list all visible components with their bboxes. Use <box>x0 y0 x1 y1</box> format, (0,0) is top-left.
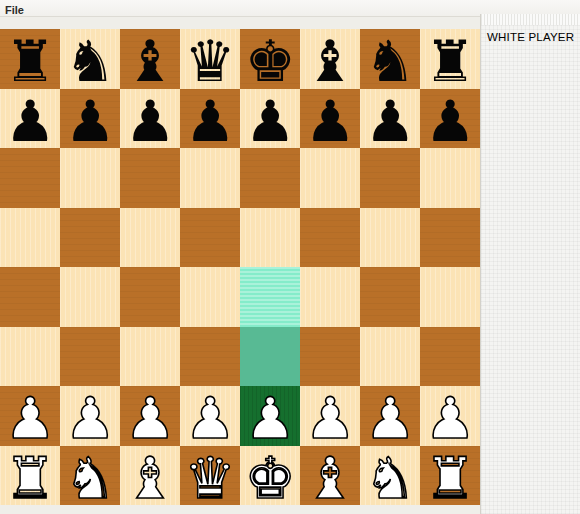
square-a3[interactable] <box>0 327 60 387</box>
chess-board: ♜♞♝♛♚♝♞♜♟♟♟♟♟♟♟♟♟♟♟♟♟♟♟♟♜♞♝♛♚♝♞♜ <box>0 29 480 505</box>
square-c5[interactable] <box>120 208 180 268</box>
white-queen: ♛ <box>184 450 235 505</box>
square-f4[interactable] <box>300 267 360 327</box>
white-pawn: ♟ <box>184 390 235 445</box>
square-b3[interactable] <box>60 327 120 387</box>
white-pawn: ♟ <box>304 390 355 445</box>
square-h2[interactable]: ♟ <box>420 386 480 446</box>
square-f2[interactable]: ♟ <box>300 386 360 446</box>
square-d3[interactable] <box>180 327 240 387</box>
square-d8[interactable]: ♛ <box>180 29 240 89</box>
square-d7[interactable]: ♟ <box>180 89 240 149</box>
black-king: ♚ <box>244 33 295 88</box>
white-pawn: ♟ <box>364 390 415 445</box>
file-menu[interactable]: File <box>0 2 29 18</box>
square-a4[interactable] <box>0 267 60 327</box>
square-a6[interactable] <box>0 148 60 208</box>
square-c4[interactable] <box>120 267 180 327</box>
white-rook: ♜ <box>4 450 55 505</box>
square-e2[interactable]: ♟ <box>240 386 300 446</box>
panel-ridge-texture <box>481 14 580 25</box>
black-pawn: ♟ <box>124 93 175 148</box>
black-knight: ♞ <box>64 33 115 88</box>
square-d6[interactable] <box>180 148 240 208</box>
square-b5[interactable] <box>60 208 120 268</box>
black-queen: ♛ <box>184 33 235 88</box>
square-e1[interactable]: ♚ <box>240 446 300 506</box>
black-pawn: ♟ <box>4 93 55 148</box>
black-pawn: ♟ <box>364 93 415 148</box>
square-c8[interactable]: ♝ <box>120 29 180 89</box>
square-d2[interactable]: ♟ <box>180 386 240 446</box>
black-pawn: ♟ <box>304 93 355 148</box>
chess-app-window: File ♜♞♝♛♚♝♞♜♟♟♟♟♟♟♟♟♟♟♟♟♟♟♟♟♜♞♝♛♚♝♞♜ WH… <box>0 0 580 514</box>
white-knight: ♞ <box>364 450 415 505</box>
black-pawn: ♟ <box>424 93 475 148</box>
square-g1[interactable]: ♞ <box>360 446 420 506</box>
white-pawn: ♟ <box>4 390 55 445</box>
square-h8[interactable]: ♜ <box>420 29 480 89</box>
black-bishop: ♝ <box>124 33 175 88</box>
black-rook: ♜ <box>4 33 55 88</box>
square-f3[interactable] <box>300 327 360 387</box>
white-pawn: ♟ <box>64 390 115 445</box>
square-b1[interactable]: ♞ <box>60 446 120 506</box>
square-h7[interactable]: ♟ <box>420 89 480 149</box>
square-h6[interactable] <box>420 148 480 208</box>
square-b4[interactable] <box>60 267 120 327</box>
square-e8[interactable]: ♚ <box>240 29 300 89</box>
square-a1[interactable]: ♜ <box>0 446 60 506</box>
square-g6[interactable] <box>360 148 420 208</box>
square-e7[interactable]: ♟ <box>240 89 300 149</box>
square-c2[interactable]: ♟ <box>120 386 180 446</box>
square-c7[interactable]: ♟ <box>120 89 180 149</box>
square-b6[interactable] <box>60 148 120 208</box>
square-h3[interactable] <box>420 327 480 387</box>
square-f5[interactable] <box>300 208 360 268</box>
square-g8[interactable]: ♞ <box>360 29 420 89</box>
square-a8[interactable]: ♜ <box>0 29 60 89</box>
white-bishop: ♝ <box>304 450 355 505</box>
square-e5[interactable] <box>240 208 300 268</box>
square-h1[interactable]: ♜ <box>420 446 480 506</box>
square-g5[interactable] <box>360 208 420 268</box>
square-d5[interactable] <box>180 208 240 268</box>
square-g4[interactable] <box>360 267 420 327</box>
square-f8[interactable]: ♝ <box>300 29 360 89</box>
square-e3[interactable] <box>240 327 300 387</box>
square-e6[interactable] <box>240 148 300 208</box>
square-b7[interactable]: ♟ <box>60 89 120 149</box>
black-rook: ♜ <box>424 33 475 88</box>
black-pawn: ♟ <box>64 93 115 148</box>
square-g3[interactable] <box>360 327 420 387</box>
white-pawn: ♟ <box>424 390 475 445</box>
black-bishop: ♝ <box>304 33 355 88</box>
white-king: ♚ <box>244 450 295 505</box>
square-f6[interactable] <box>300 148 360 208</box>
side-panel: WHITE PLAYER <box>480 14 580 514</box>
square-c3[interactable] <box>120 327 180 387</box>
square-b8[interactable]: ♞ <box>60 29 120 89</box>
square-h4[interactable] <box>420 267 480 327</box>
white-knight: ♞ <box>64 450 115 505</box>
square-d4[interactable] <box>180 267 240 327</box>
white-bishop: ♝ <box>124 450 175 505</box>
square-a2[interactable]: ♟ <box>0 386 60 446</box>
white-pawn: ♟ <box>124 390 175 445</box>
square-b2[interactable]: ♟ <box>60 386 120 446</box>
square-c6[interactable] <box>120 148 180 208</box>
square-f1[interactable]: ♝ <box>300 446 360 506</box>
square-a7[interactable]: ♟ <box>0 89 60 149</box>
square-g2[interactable]: ♟ <box>360 386 420 446</box>
square-g7[interactable]: ♟ <box>360 89 420 149</box>
square-e4[interactable] <box>240 267 300 327</box>
square-c1[interactable]: ♝ <box>120 446 180 506</box>
white-rook: ♜ <box>424 450 475 505</box>
black-knight: ♞ <box>364 33 415 88</box>
square-a5[interactable] <box>0 208 60 268</box>
square-h5[interactable] <box>420 208 480 268</box>
black-pawn: ♟ <box>244 93 295 148</box>
white-player-label: WHITE PLAYER <box>487 31 574 43</box>
square-d1[interactable]: ♛ <box>180 446 240 506</box>
black-pawn: ♟ <box>184 93 235 148</box>
white-pawn: ♟ <box>244 390 295 445</box>
square-f7[interactable]: ♟ <box>300 89 360 149</box>
